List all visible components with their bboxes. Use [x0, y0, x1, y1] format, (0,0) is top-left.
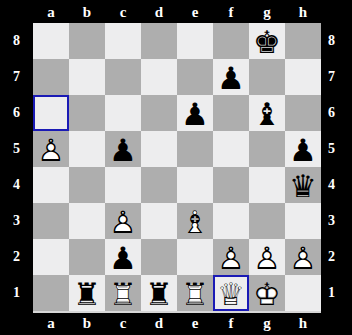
rank-label-2: 2 [324, 239, 350, 275]
square-h5[interactable]: ♟ [285, 131, 321, 167]
rank-label-1: 1 [0, 275, 26, 311]
square-h3[interactable] [285, 203, 321, 239]
square-f5[interactable] [213, 131, 249, 167]
square-f4[interactable] [213, 167, 249, 203]
black-bishop-icon: ♝ [249, 95, 285, 131]
square-b8[interactable] [69, 23, 105, 59]
square-g7[interactable] [249, 59, 285, 95]
rank-label-8: 8 [324, 23, 350, 59]
file-label-h: h [285, 3, 321, 21]
square-e1[interactable]: ♜♖ [177, 275, 213, 311]
black-queen-icon: ♛ [285, 167, 321, 203]
square-c1[interactable]: ♜♖ [105, 275, 141, 311]
square-h8[interactable] [285, 23, 321, 59]
square-b1[interactable]: ♜ [69, 275, 105, 311]
rank-labels-right: 87654321 [324, 23, 350, 311]
square-e4[interactable] [177, 167, 213, 203]
square-a1[interactable] [33, 275, 69, 311]
file-label-h: h [285, 314, 321, 332]
file-label-b: b [69, 314, 105, 332]
square-a3[interactable] [33, 203, 69, 239]
square-e7[interactable] [177, 59, 213, 95]
square-e8[interactable] [177, 23, 213, 59]
rank-label-3: 3 [324, 203, 350, 239]
square-c5[interactable]: ♟ [105, 131, 141, 167]
file-label-e: e [177, 3, 213, 21]
square-d1[interactable]: ♜ [141, 275, 177, 311]
square-f8[interactable] [213, 23, 249, 59]
square-c3[interactable]: ♟♙ [105, 203, 141, 239]
square-a6[interactable] [33, 95, 69, 131]
square-h1[interactable] [285, 275, 321, 311]
white-rook-icon: ♜♖ [105, 275, 141, 311]
square-e3[interactable]: ♝♗ [177, 203, 213, 239]
square-g5[interactable] [249, 131, 285, 167]
square-c6[interactable] [105, 95, 141, 131]
file-label-d: d [141, 3, 177, 21]
square-h2[interactable]: ♟♙ [285, 239, 321, 275]
rank-label-3: 3 [0, 203, 26, 239]
file-label-c: c [105, 3, 141, 21]
square-h7[interactable] [285, 59, 321, 95]
rank-label-1: 1 [324, 275, 350, 311]
black-pawn-icon: ♟ [105, 239, 141, 275]
file-label-d: d [141, 314, 177, 332]
square-c7[interactable] [105, 59, 141, 95]
square-d5[interactable] [141, 131, 177, 167]
rank-label-4: 4 [324, 167, 350, 203]
white-rook-icon: ♜♖ [177, 275, 213, 311]
white-pawn-icon: ♟♙ [285, 239, 321, 275]
square-f2[interactable]: ♟♙ [213, 239, 249, 275]
white-pawn-icon: ♟♙ [33, 131, 69, 167]
square-b4[interactable] [69, 167, 105, 203]
rank-label-6: 6 [324, 95, 350, 131]
square-a7[interactable] [33, 59, 69, 95]
black-rook-icon: ♜ [141, 275, 177, 311]
square-b7[interactable] [69, 59, 105, 95]
file-label-f: f [213, 3, 249, 21]
file-labels-bottom: abcdefgh [33, 314, 321, 332]
square-g4[interactable] [249, 167, 285, 203]
file-label-g: g [249, 314, 285, 332]
file-label-a: a [33, 314, 69, 332]
square-d3[interactable] [141, 203, 177, 239]
square-d6[interactable] [141, 95, 177, 131]
square-e5[interactable] [177, 131, 213, 167]
file-label-c: c [105, 314, 141, 332]
square-b3[interactable] [69, 203, 105, 239]
rank-labels-left: 87654321 [0, 23, 26, 311]
square-c8[interactable] [105, 23, 141, 59]
file-label-a: a [33, 3, 69, 21]
black-pawn-icon: ♟ [105, 131, 141, 167]
square-d2[interactable] [141, 239, 177, 275]
square-e6[interactable]: ♟ [177, 95, 213, 131]
rank-label-5: 5 [324, 131, 350, 167]
rank-label-4: 4 [0, 167, 26, 203]
white-bishop-icon: ♝♗ [177, 203, 213, 239]
square-g8[interactable]: ♚ [249, 23, 285, 59]
rank-label-6: 6 [0, 95, 26, 131]
square-e2[interactable] [177, 239, 213, 275]
chess-diagram: abcdefgh 87654321 ♚♟♟♝♟♙♟♟♛♟♙♝♗♟♟♙♟♙♟♙♜♜… [0, 0, 352, 335]
square-f7[interactable]: ♟ [213, 59, 249, 95]
white-pawn-icon: ♟♙ [249, 239, 285, 275]
black-king-icon: ♚ [249, 23, 285, 59]
square-a8[interactable] [33, 23, 69, 59]
white-pawn-icon: ♟♙ [105, 203, 141, 239]
square-a4[interactable] [33, 167, 69, 203]
rank-label-8: 8 [0, 23, 26, 59]
rank-label-7: 7 [324, 59, 350, 95]
file-label-e: e [177, 314, 213, 332]
square-h4[interactable]: ♛ [285, 167, 321, 203]
rank-label-2: 2 [0, 239, 26, 275]
square-d8[interactable] [141, 23, 177, 59]
square-c4[interactable] [105, 167, 141, 203]
black-rook-icon: ♜ [69, 275, 105, 311]
square-g1[interactable]: ♚♔ [249, 275, 285, 311]
black-pawn-icon: ♟ [285, 131, 321, 167]
square-a2[interactable] [33, 239, 69, 275]
square-f1[interactable]: ♛♕ [213, 275, 249, 311]
white-pawn-icon: ♟♙ [213, 239, 249, 275]
white-queen-icon: ♛♕ [213, 275, 249, 311]
chess-board: ♚♟♟♝♟♙♟♟♛♟♙♝♗♟♟♙♟♙♟♙♜♜♖♜♜♖♛♕♚♔ [33, 23, 321, 313]
square-b2[interactable] [69, 239, 105, 275]
file-label-b: b [69, 3, 105, 21]
black-pawn-icon: ♟ [177, 95, 213, 131]
file-label-f: f [213, 314, 249, 332]
square-a5[interactable]: ♟♙ [33, 131, 69, 167]
square-f6[interactable] [213, 95, 249, 131]
black-pawn-icon: ♟ [213, 59, 249, 95]
rank-label-7: 7 [0, 59, 26, 95]
file-labels-top: abcdefgh [33, 3, 321, 21]
square-d7[interactable] [141, 59, 177, 95]
square-b5[interactable] [69, 131, 105, 167]
square-b6[interactable] [69, 95, 105, 131]
square-h6[interactable] [285, 95, 321, 131]
square-g6[interactable]: ♝ [249, 95, 285, 131]
square-g3[interactable] [249, 203, 285, 239]
file-label-g: g [249, 3, 285, 21]
square-g2[interactable]: ♟♙ [249, 239, 285, 275]
white-king-icon: ♚♔ [249, 275, 285, 311]
square-c2[interactable]: ♟ [105, 239, 141, 275]
square-d4[interactable] [141, 167, 177, 203]
square-f3[interactable] [213, 203, 249, 239]
rank-label-5: 5 [0, 131, 26, 167]
